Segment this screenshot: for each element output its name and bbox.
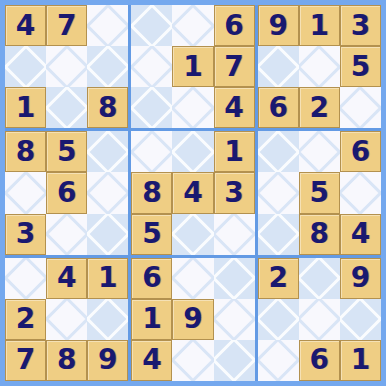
diamond-mark [172, 214, 213, 255]
diamond-mark [131, 46, 172, 87]
cell-r1c7: 9 [258, 5, 299, 46]
box-r1c2: 6174 [131, 5, 254, 128]
cell-r2c6: 7 [214, 46, 255, 87]
cell-r8c7[interactable] [258, 299, 299, 340]
cell-r7c4: 6 [131, 258, 172, 299]
cell-digit: 2 [16, 305, 35, 333]
cell-r8c3[interactable] [87, 299, 128, 340]
cell-digit: 8 [98, 94, 117, 122]
diamond-mark [258, 46, 299, 87]
cell-r2c7[interactable] [258, 46, 299, 87]
diamond-mark [214, 258, 255, 299]
cell-digit: 2 [268, 264, 287, 292]
cell-r1c3[interactable] [87, 5, 128, 46]
diamond-mark [299, 258, 340, 299]
diamond-mark [131, 5, 172, 46]
diamond-mark [299, 131, 340, 172]
cell-r1c6: 6 [214, 5, 255, 46]
cell-digit: 6 [224, 12, 243, 40]
cell-r3c6: 4 [214, 87, 255, 128]
cell-r9c1: 7 [5, 340, 46, 381]
box-r3c1: 412789 [5, 258, 128, 381]
diamond-mark [87, 5, 128, 46]
cell-r2c3[interactable] [87, 46, 128, 87]
cell-digit: 8 [142, 179, 161, 207]
cell-digit: 5 [142, 220, 161, 248]
cell-r3c9[interactable] [340, 87, 381, 128]
sudoku-board-frame: 4718617491356285631843565844127896194296… [0, 0, 386, 386]
cell-digit: 6 [268, 94, 287, 122]
diamond-mark [214, 214, 255, 255]
cell-r2c9: 5 [340, 46, 381, 87]
cell-r5c1[interactable] [5, 172, 46, 213]
cell-r7c5[interactable] [172, 258, 213, 299]
cell-digit: 5 [57, 138, 76, 166]
cell-digit: 8 [16, 138, 35, 166]
diamond-mark [131, 87, 172, 128]
cell-r3c1: 1 [5, 87, 46, 128]
diamond-mark [172, 5, 213, 46]
cell-r3c2[interactable] [46, 87, 87, 128]
cell-r3c8: 2 [299, 87, 340, 128]
cell-digit: 9 [183, 305, 202, 333]
cell-digit: 7 [16, 346, 35, 374]
cell-digit: 8 [310, 220, 329, 248]
cell-r6c2[interactable] [46, 214, 87, 255]
sudoku-board: 4718617491356285631843565844127896194296… [5, 5, 381, 381]
cell-r1c5[interactable] [172, 5, 213, 46]
box-r3c2: 6194 [131, 258, 254, 381]
cell-r5c7[interactable] [258, 172, 299, 213]
cell-r4c4[interactable] [131, 131, 172, 172]
cell-r9c7[interactable] [258, 340, 299, 381]
cell-digit: 1 [224, 138, 243, 166]
cell-r5c5: 4 [172, 172, 213, 213]
diamond-mark [172, 340, 213, 381]
cell-r7c8[interactable] [299, 258, 340, 299]
cell-r8c1: 2 [5, 299, 46, 340]
cell-r8c8[interactable] [299, 299, 340, 340]
cell-r8c5: 9 [172, 299, 213, 340]
cell-r1c9: 3 [340, 5, 381, 46]
cell-digit: 3 [224, 179, 243, 207]
cell-r4c1: 8 [5, 131, 46, 172]
cell-digit: 4 [183, 179, 202, 207]
cell-r1c2: 7 [46, 5, 87, 46]
cell-digit: 9 [98, 346, 117, 374]
cell-r5c9[interactable] [340, 172, 381, 213]
cell-r8c6[interactable] [214, 299, 255, 340]
cell-digit: 6 [310, 346, 329, 374]
cell-digit: 6 [142, 264, 161, 292]
cell-digit: 5 [310, 179, 329, 207]
diamond-mark [87, 172, 128, 213]
diamond-mark [87, 214, 128, 255]
cell-r7c1[interactable] [5, 258, 46, 299]
cell-r9c3: 9 [87, 340, 128, 381]
cell-r1c1: 4 [5, 5, 46, 46]
cell-digit: 5 [351, 53, 370, 81]
cell-r7c6[interactable] [214, 258, 255, 299]
diamond-mark [258, 340, 299, 381]
cell-r3c4[interactable] [131, 87, 172, 128]
cell-digit: 4 [142, 346, 161, 374]
diamond-mark [340, 87, 381, 128]
cell-r4c9: 6 [340, 131, 381, 172]
box-r3c3: 2961 [258, 258, 381, 381]
diamond-mark [46, 299, 87, 340]
cell-digit: 3 [351, 12, 370, 40]
diamond-mark [258, 214, 299, 255]
diamond-mark [87, 46, 128, 87]
cell-digit: 3 [16, 220, 35, 248]
cell-r5c4: 8 [131, 172, 172, 213]
cell-r5c2: 6 [46, 172, 87, 213]
diamond-mark [46, 214, 87, 255]
diamond-mark [258, 131, 299, 172]
cell-r9c2: 8 [46, 340, 87, 381]
cell-digit: 4 [224, 94, 243, 122]
cell-r6c9: 4 [340, 214, 381, 255]
cell-r6c7[interactable] [258, 214, 299, 255]
cell-r5c6: 3 [214, 172, 255, 213]
diamond-mark [172, 258, 213, 299]
cell-r7c7: 2 [258, 258, 299, 299]
cell-r8c9[interactable] [340, 299, 381, 340]
cell-r6c3[interactable] [87, 214, 128, 255]
cell-r5c8: 5 [299, 172, 340, 213]
cell-digit: 1 [142, 305, 161, 333]
cell-r3c7: 6 [258, 87, 299, 128]
cell-digit: 7 [224, 53, 243, 81]
diamond-mark [5, 258, 46, 299]
cell-r2c1[interactable] [5, 46, 46, 87]
cell-r6c6[interactable] [214, 214, 255, 255]
diamond-mark [5, 46, 46, 87]
diamond-mark [131, 131, 172, 172]
cell-r9c5[interactable] [172, 340, 213, 381]
cell-r6c5[interactable] [172, 214, 213, 255]
cell-digit: 9 [268, 12, 287, 40]
cell-r3c5[interactable] [172, 87, 213, 128]
box-r2c2: 18435 [131, 131, 254, 254]
cell-r4c8[interactable] [299, 131, 340, 172]
cell-r7c9: 9 [340, 258, 381, 299]
cell-r2c4[interactable] [131, 46, 172, 87]
cell-digit: 2 [310, 94, 329, 122]
diamond-mark [87, 299, 128, 340]
cell-r9c6[interactable] [214, 340, 255, 381]
cell-digit: 4 [351, 220, 370, 248]
box-r2c1: 8563 [5, 131, 128, 254]
cell-r8c2[interactable] [46, 299, 87, 340]
cell-digit: 1 [16, 94, 35, 122]
diamond-mark [5, 172, 46, 213]
cell-r3c3: 8 [87, 87, 128, 128]
cell-digit: 4 [57, 264, 76, 292]
cell-r6c4: 5 [131, 214, 172, 255]
cell-r5c3[interactable] [87, 172, 128, 213]
cell-r4c5[interactable] [172, 131, 213, 172]
diamond-mark [214, 340, 255, 381]
cell-r4c6: 1 [214, 131, 255, 172]
diamond-mark [258, 172, 299, 213]
cell-r4c2: 5 [46, 131, 87, 172]
cell-digit: 1 [98, 264, 117, 292]
cell-digit: 1 [310, 12, 329, 40]
cell-r2c5: 1 [172, 46, 213, 87]
cell-r4c7[interactable] [258, 131, 299, 172]
box-r1c3: 913562 [258, 5, 381, 128]
cell-r6c1: 3 [5, 214, 46, 255]
cell-r2c2[interactable] [46, 46, 87, 87]
diamond-mark [172, 131, 213, 172]
cell-r9c8: 6 [299, 340, 340, 381]
diamond-mark [172, 87, 213, 128]
diamond-mark [340, 172, 381, 213]
diamond-mark [46, 46, 87, 87]
diamond-mark [299, 46, 340, 87]
box-r2c3: 6584 [258, 131, 381, 254]
cell-r8c4: 1 [131, 299, 172, 340]
cell-digit: 8 [57, 346, 76, 374]
cell-digit: 6 [351, 138, 370, 166]
cell-digit: 4 [16, 12, 35, 40]
cell-r7c3: 1 [87, 258, 128, 299]
cell-r1c4[interactable] [131, 5, 172, 46]
cell-digit: 1 [351, 346, 370, 374]
cell-r1c8: 1 [299, 5, 340, 46]
diamond-mark [299, 299, 340, 340]
cell-digit: 1 [183, 53, 202, 81]
cell-r2c8[interactable] [299, 46, 340, 87]
cell-r7c2: 4 [46, 258, 87, 299]
box-r1c1: 4718 [5, 5, 128, 128]
cell-r9c4: 4 [131, 340, 172, 381]
cell-r6c8: 8 [299, 214, 340, 255]
diamond-mark [214, 299, 255, 340]
cell-digit: 6 [57, 179, 76, 207]
diamond-mark [258, 299, 299, 340]
diamond-mark [46, 87, 87, 128]
cell-digit: 9 [351, 264, 370, 292]
diamond-mark [87, 131, 128, 172]
cell-r9c9: 1 [340, 340, 381, 381]
diamond-mark [340, 299, 381, 340]
cell-r4c3[interactable] [87, 131, 128, 172]
cell-digit: 7 [57, 12, 76, 40]
